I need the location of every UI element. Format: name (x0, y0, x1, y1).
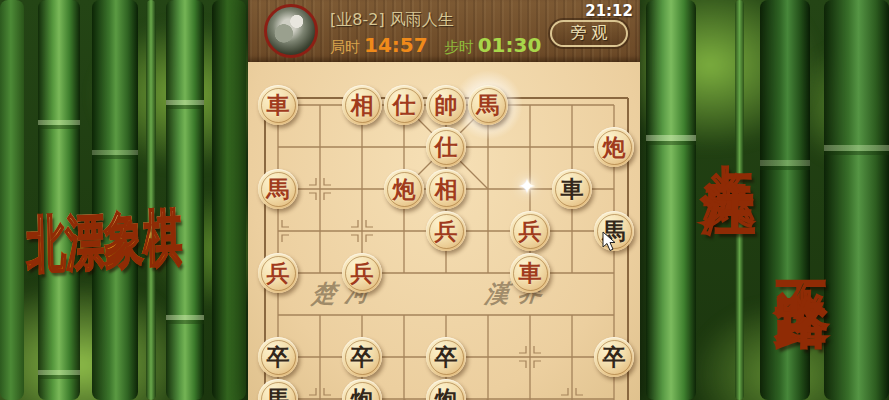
bamboo-stalk (92, 0, 138, 400)
player-avatar[interactable] (264, 4, 318, 58)
player-tag: [业8-2] (330, 10, 385, 29)
piece-red-6-4[interactable]: 車 (510, 253, 550, 293)
spectate-button[interactable]: 旁观 (550, 20, 628, 47)
piece-black-8-6[interactable]: 卒 (594, 337, 634, 377)
piece-red-0-0[interactable]: 車 (258, 85, 298, 125)
piece-red-4-2[interactable]: 相 (426, 169, 466, 209)
bamboo-stalk (646, 0, 696, 400)
piece-red-8-1[interactable]: 炮 (594, 127, 634, 167)
timers: 局时14:57步时01:30 (330, 33, 541, 57)
piece-red-2-4[interactable]: 兵 (342, 253, 382, 293)
piece-red-0-2[interactable]: 馬 (258, 169, 298, 209)
piece-red-4-1[interactable]: 仕 (426, 127, 466, 167)
follow-banner: 点关注 (701, 121, 755, 142)
bamboo-stalk (212, 0, 246, 400)
bamboo-stalk (735, 0, 744, 400)
bamboo-stalk (0, 0, 24, 400)
player-nickname: 风雨人生 (390, 10, 454, 29)
player-name: [业8-2] 风雨人生 (330, 10, 454, 31)
move-time-label: 步时 (444, 38, 474, 56)
piece-black-4-6[interactable]: 卒 (426, 337, 466, 377)
piece-red-2-0[interactable]: 相 (342, 85, 382, 125)
piece-black-2-6[interactable]: 卒 (342, 337, 382, 377)
piece-red-6-3[interactable]: 兵 (510, 211, 550, 251)
piece-red-3-0[interactable]: 仕 (384, 85, 424, 125)
bamboo-stalk (38, 0, 80, 400)
bamboo-stalk (824, 0, 889, 400)
piece-black-7-2[interactable]: 車 (552, 169, 592, 209)
xiangqi-board[interactable]: 楚河 漢界 ✦ 車相仕帥馬仕炮馬炮相車兵兵馬兵兵車卒卒卒卒馬炮炮 (248, 62, 640, 400)
player-info-bar: [业8-2] 风雨人生 局时14:57步时01:30 旁观 21:12 (248, 0, 640, 62)
no-lost-banner: 不迷路 (775, 239, 829, 260)
game-panel: [业8-2] 风雨人生 局时14:57步时01:30 旁观 21:12 楚河 漢… (248, 0, 640, 400)
piece-red-4-0[interactable]: 帥 (426, 85, 466, 125)
bamboo-stalk (146, 0, 156, 400)
mouse-cursor-icon (602, 231, 618, 253)
system-clock: 21:12 (585, 2, 633, 20)
piece-black-4-7[interactable]: 炮 (426, 379, 466, 400)
pieces-grid: ✦ 車相仕帥馬仕炮馬炮相車兵兵馬兵兵車卒卒卒卒馬炮炮 (257, 84, 635, 400)
piece-red-0-4[interactable]: 兵 (258, 253, 298, 293)
piece-black-0-6[interactable]: 卒 (258, 337, 298, 377)
bamboo-stalk (760, 0, 810, 400)
piece-red-3-2[interactable]: 炮 (384, 169, 424, 209)
game-time-value: 14:57 (364, 33, 428, 57)
piece-red-5-0[interactable]: 馬 (468, 85, 508, 125)
move-time-value: 01:30 (478, 33, 542, 57)
game-time-label: 局时 (330, 38, 360, 56)
move-sparkle-icon: ✦ (518, 174, 536, 199)
piece-black-0-7[interactable]: 馬 (258, 379, 298, 400)
bamboo-stalk (166, 0, 204, 400)
piece-black-2-7[interactable]: 炮 (342, 379, 382, 400)
piece-red-4-3[interactable]: 兵 (426, 211, 466, 251)
channel-title-banner: 北漂象棋 (26, 207, 183, 276)
